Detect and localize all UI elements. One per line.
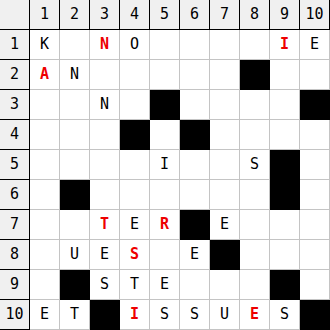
cell-r6c9 <box>270 180 300 210</box>
letter-r1c3: N <box>100 37 109 52</box>
cell-r9c9 <box>270 270 300 300</box>
cell-r10c3 <box>90 300 120 330</box>
letter-r1c10: E <box>310 37 319 52</box>
col-header-6: 6 <box>180 0 210 30</box>
cell-r2c4[interactable] <box>120 60 150 90</box>
cell-r2c5[interactable] <box>150 60 180 90</box>
row-header-10: 10 <box>0 300 30 330</box>
cell-r9c7[interactable] <box>210 270 240 300</box>
cell-r10c7[interactable]: U <box>210 300 240 330</box>
letter-r2c1: A <box>40 67 49 82</box>
cell-r8c10[interactable] <box>300 240 330 270</box>
row-header-3: 3 <box>0 90 30 120</box>
row-header-5: 5 <box>0 150 30 180</box>
cell-r4c2[interactable] <box>60 120 90 150</box>
cell-r3c3[interactable]: N <box>90 90 120 120</box>
cell-r8c3[interactable]: E <box>90 240 120 270</box>
letter-r9c5: E <box>160 277 169 292</box>
cell-r2c1[interactable]: A <box>30 60 60 90</box>
letter-r9c3: S <box>100 277 109 292</box>
row-header-1: 1 <box>0 30 30 60</box>
cell-r7c10[interactable] <box>300 210 330 240</box>
cell-r1c3[interactable]: N <box>90 30 120 60</box>
cell-r2c8 <box>240 60 270 90</box>
letter-r8c4: S <box>130 247 139 262</box>
cell-r4c6 <box>180 120 210 150</box>
cell-r2c3[interactable] <box>90 60 120 90</box>
cell-r8c8[interactable] <box>240 240 270 270</box>
cell-r5c9 <box>270 150 300 180</box>
cell-r4c7[interactable] <box>210 120 240 150</box>
cell-r6c2 <box>60 180 90 210</box>
letter-r10c9: S <box>280 307 289 322</box>
cell-r1c8[interactable] <box>240 30 270 60</box>
col-header-8: 8 <box>240 0 270 30</box>
cell-r9c8[interactable] <box>240 270 270 300</box>
cell-r10c1[interactable]: E <box>30 300 60 330</box>
letter-r8c6: E <box>190 247 199 262</box>
letter-r10c1: E <box>40 307 49 322</box>
cell-r1c5[interactable] <box>150 30 180 60</box>
cell-r1c9[interactable]: I <box>270 30 300 60</box>
cell-r6c5[interactable] <box>150 180 180 210</box>
cell-r3c10 <box>300 90 330 120</box>
cell-r3c1[interactable] <box>30 90 60 120</box>
cell-r6c4[interactable] <box>120 180 150 210</box>
cell-r7c8[interactable] <box>240 210 270 240</box>
cell-r1c6[interactable] <box>180 30 210 60</box>
cell-r6c1[interactable] <box>30 180 60 210</box>
cell-r3c7[interactable] <box>210 90 240 120</box>
row-header-6: 6 <box>0 180 30 210</box>
cell-r2c10[interactable] <box>300 60 330 90</box>
cell-r2c2[interactable]: N <box>60 60 90 90</box>
cell-r9c3[interactable]: S <box>90 270 120 300</box>
letter-r5c5: I <box>160 157 169 172</box>
cell-r3c4[interactable] <box>120 90 150 120</box>
cell-r10c6[interactable]: S <box>180 300 210 330</box>
cell-r1c1[interactable]: K <box>30 30 60 60</box>
cell-r6c8[interactable] <box>240 180 270 210</box>
col-header-2: 2 <box>60 0 90 30</box>
cell-r9c1[interactable] <box>30 270 60 300</box>
cell-r8c1[interactable] <box>30 240 60 270</box>
cell-r5c10[interactable] <box>300 150 330 180</box>
cell-r2c6[interactable] <box>180 60 210 90</box>
crossword-board: 123456789101KNOIE2AN3N45IS67TERE8UESE9ST… <box>0 0 330 330</box>
row-header-7: 7 <box>0 210 30 240</box>
letter-r1c4: O <box>130 37 139 52</box>
cell-r10c4[interactable]: I <box>120 300 150 330</box>
cell-r8c7 <box>210 240 240 270</box>
letter-r9c4: T <box>130 277 139 292</box>
corner-cell <box>0 0 30 30</box>
col-header-10: 10 <box>300 0 330 30</box>
letter-r2c2: N <box>70 67 79 82</box>
cell-r3c6[interactable] <box>180 90 210 120</box>
letter-r8c2: U <box>70 247 79 262</box>
cell-r7c9[interactable] <box>270 210 300 240</box>
letter-r7c4: E <box>130 217 139 232</box>
cell-r7c7[interactable]: E <box>210 210 240 240</box>
cell-r3c5 <box>150 90 180 120</box>
cell-r3c8[interactable] <box>240 90 270 120</box>
letter-r3c3: N <box>100 97 109 112</box>
letter-r7c3: T <box>100 217 109 232</box>
cell-r10c5[interactable]: S <box>150 300 180 330</box>
cell-r4c8[interactable] <box>240 120 270 150</box>
cell-r7c1[interactable] <box>30 210 60 240</box>
row-header-2: 2 <box>0 60 30 90</box>
cell-r4c10[interactable] <box>300 120 330 150</box>
cell-r8c2[interactable]: U <box>60 240 90 270</box>
cell-r7c6 <box>180 210 210 240</box>
cell-r5c4[interactable] <box>120 150 150 180</box>
col-header-9: 9 <box>270 0 300 30</box>
cell-r6c7[interactable] <box>210 180 240 210</box>
letter-r10c2: T <box>70 307 79 322</box>
cell-r5c8[interactable]: S <box>240 150 270 180</box>
cell-r9c2 <box>60 270 90 300</box>
cell-r6c6[interactable] <box>180 180 210 210</box>
cell-r3c2[interactable] <box>60 90 90 120</box>
cell-r5c6[interactable] <box>180 150 210 180</box>
row-header-8: 8 <box>0 240 30 270</box>
cell-r9c5[interactable]: E <box>150 270 180 300</box>
row-header-4: 4 <box>0 120 30 150</box>
col-header-7: 7 <box>210 0 240 30</box>
cell-r4c4 <box>120 120 150 150</box>
cell-r4c9[interactable] <box>270 120 300 150</box>
cell-r10c10 <box>300 300 330 330</box>
cell-r1c2[interactable] <box>60 30 90 60</box>
cell-r6c10[interactable] <box>300 180 330 210</box>
cell-r2c7[interactable] <box>210 60 240 90</box>
cell-r5c2[interactable] <box>60 150 90 180</box>
row-header-9: 9 <box>0 270 30 300</box>
cell-r8c5[interactable] <box>150 240 180 270</box>
cell-r6c3[interactable] <box>90 180 120 210</box>
cell-r7c3[interactable]: T <box>90 210 120 240</box>
cell-r4c1[interactable] <box>30 120 60 150</box>
cell-r9c10[interactable] <box>300 270 330 300</box>
letter-r5c8: S <box>250 157 259 172</box>
col-header-1: 1 <box>30 0 60 30</box>
cell-r5c5[interactable]: I <box>150 150 180 180</box>
letter-r7c5: R <box>160 217 169 232</box>
cell-r10c9[interactable]: S <box>270 300 300 330</box>
letter-r7c7: E <box>220 217 229 232</box>
letter-r10c6: S <box>190 307 199 322</box>
letter-r10c7: U <box>220 307 229 322</box>
cell-r8c4[interactable]: S <box>120 240 150 270</box>
cell-r4c3[interactable] <box>90 120 120 150</box>
cell-r2c9[interactable] <box>270 60 300 90</box>
cell-r9c4[interactable]: T <box>120 270 150 300</box>
cell-r5c7[interactable] <box>210 150 240 180</box>
cell-r7c4[interactable]: E <box>120 210 150 240</box>
letter-r10c5: S <box>160 307 169 322</box>
cell-r5c3[interactable] <box>90 150 120 180</box>
cell-r3c9[interactable] <box>270 90 300 120</box>
cell-r10c8[interactable]: E <box>240 300 270 330</box>
cell-r7c2[interactable] <box>60 210 90 240</box>
col-header-3: 3 <box>90 0 120 30</box>
letter-r10c4: I <box>130 307 139 322</box>
cell-r1c4[interactable]: O <box>120 30 150 60</box>
cell-r1c7[interactable] <box>210 30 240 60</box>
col-header-4: 4 <box>120 0 150 30</box>
cell-r10c2[interactable]: T <box>60 300 90 330</box>
cell-r9c6[interactable] <box>180 270 210 300</box>
col-header-5: 5 <box>150 0 180 30</box>
cell-r1c10[interactable]: E <box>300 30 330 60</box>
cell-r5c1[interactable] <box>30 150 60 180</box>
letter-r1c9: I <box>280 37 289 52</box>
cell-r8c9[interactable] <box>270 240 300 270</box>
cell-r7c5[interactable]: R <box>150 210 180 240</box>
cell-r8c6[interactable]: E <box>180 240 210 270</box>
letter-r8c3: E <box>100 247 109 262</box>
letter-r1c1: K <box>40 37 49 52</box>
letter-r10c8: E <box>250 307 259 322</box>
cell-r4c5[interactable] <box>150 120 180 150</box>
